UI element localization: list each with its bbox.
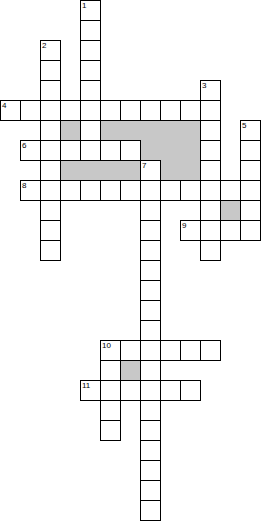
answer-cell-r19c8[interactable] [160, 380, 181, 401]
shaded-hole-r8c3 [60, 160, 81, 181]
answer-cell-r23c7[interactable] [140, 460, 161, 481]
answer-cell-r13c7[interactable] [140, 260, 161, 281]
answer-cell-r4c10[interactable] [200, 80, 221, 101]
answer-cell-r7c6[interactable] [120, 140, 141, 161]
answer-cell-r5c2[interactable] [40, 100, 61, 121]
answer-cell-r11c7[interactable] [140, 220, 161, 241]
shaded-hole-r18c6 [120, 360, 141, 381]
answer-cell-r11c10[interactable] [200, 220, 221, 241]
answer-cell-r19c6[interactable] [120, 380, 141, 401]
answer-cell-r8c7[interactable] [140, 160, 161, 181]
answer-cell-r9c2[interactable] [40, 180, 61, 201]
answer-cell-r17c5[interactable] [100, 340, 121, 361]
answer-cell-r9c6[interactable] [120, 180, 141, 201]
shaded-hole-r10c11 [220, 200, 241, 221]
answer-cell-r9c4[interactable] [80, 180, 101, 201]
answer-cell-r7c1[interactable] [20, 140, 41, 161]
shaded-hole-r6c6 [120, 120, 141, 141]
answer-cell-r18c5[interactable] [100, 360, 121, 381]
answer-cell-r8c12[interactable] [240, 160, 261, 181]
answer-cell-r5c7[interactable] [140, 100, 161, 121]
shaded-hole-r6c7 [140, 120, 161, 141]
answer-cell-r10c10[interactable] [200, 200, 221, 221]
shaded-hole-r7c8 [160, 140, 181, 161]
answer-cell-r6c10[interactable] [200, 120, 221, 141]
shaded-hole-r8c6 [120, 160, 141, 181]
answer-cell-r12c2[interactable] [40, 240, 61, 261]
answer-cell-r7c4[interactable] [80, 140, 101, 161]
answer-cell-r17c9[interactable] [180, 340, 201, 361]
shaded-hole-r7c9 [180, 140, 201, 161]
answer-cell-r25c7[interactable] [140, 500, 161, 521]
answer-cell-r7c2[interactable] [40, 140, 61, 161]
answer-cell-r2c2[interactable] [40, 40, 61, 61]
answer-cell-r5c5[interactable] [100, 100, 121, 121]
answer-cell-r7c5[interactable] [100, 140, 121, 161]
answer-cell-r11c11[interactable] [220, 220, 241, 241]
answer-cell-r0c4[interactable] [80, 0, 101, 21]
answer-cell-r5c0[interactable] [0, 100, 21, 121]
answer-cell-r17c6[interactable] [120, 340, 141, 361]
answer-cell-r9c11[interactable] [220, 180, 241, 201]
answer-cell-r5c6[interactable] [120, 100, 141, 121]
answer-cell-r9c7[interactable] [140, 180, 161, 201]
shaded-hole-r8c9 [180, 160, 201, 181]
answer-cell-r16c7[interactable] [140, 320, 161, 341]
answer-cell-r8c2[interactable] [40, 160, 61, 181]
answer-cell-r11c2[interactable] [40, 220, 61, 241]
answer-cell-r19c7[interactable] [140, 380, 161, 401]
answer-cell-r19c9[interactable] [180, 380, 201, 401]
answer-cell-r21c7[interactable] [140, 420, 161, 441]
answer-cell-r5c8[interactable] [160, 100, 181, 121]
answer-cell-r5c10[interactable] [200, 100, 221, 121]
answer-cell-r5c1[interactable] [20, 100, 41, 121]
answer-cell-r9c12[interactable] [240, 180, 261, 201]
answer-cell-r24c7[interactable] [140, 480, 161, 501]
answer-cell-r10c12[interactable] [240, 200, 261, 221]
shaded-hole-r6c3 [60, 120, 81, 141]
shaded-hole-r8c4 [80, 160, 101, 181]
answer-cell-r3c2[interactable] [40, 60, 61, 81]
answer-cell-r10c7[interactable] [140, 200, 161, 221]
answer-cell-r14c7[interactable] [140, 280, 161, 301]
answer-cell-r2c4[interactable] [80, 40, 101, 61]
answer-cell-r12c7[interactable] [140, 240, 161, 261]
answer-cell-r6c2[interactable] [40, 120, 61, 141]
answer-cell-r17c8[interactable] [160, 340, 181, 361]
answer-cell-r5c3[interactable] [60, 100, 81, 121]
shaded-hole-r8c5 [100, 160, 121, 181]
answer-cell-r10c2[interactable] [40, 200, 61, 221]
answer-cell-r6c4[interactable] [80, 120, 101, 141]
answer-cell-r7c3[interactable] [60, 140, 81, 161]
answer-cell-r15c7[interactable] [140, 300, 161, 321]
answer-cell-r9c10[interactable] [200, 180, 221, 201]
shaded-hole-r6c8 [160, 120, 181, 141]
answer-cell-r18c7[interactable] [140, 360, 161, 381]
answer-cell-r3c4[interactable] [80, 60, 101, 81]
answer-cell-r9c3[interactable] [60, 180, 81, 201]
answer-cell-r7c10[interactable] [200, 140, 221, 161]
answer-cell-r9c1[interactable] [20, 180, 41, 201]
answer-cell-r11c9[interactable] [180, 220, 201, 241]
crossword-board: 1234567891011 [0, 0, 261, 521]
answer-cell-r9c9[interactable] [180, 180, 201, 201]
answer-cell-r19c4[interactable] [80, 380, 101, 401]
shaded-hole-r6c5 [100, 120, 121, 141]
answer-cell-r20c5[interactable] [100, 400, 121, 421]
answer-cell-r19c5[interactable] [100, 380, 121, 401]
answer-cell-r8c10[interactable] [200, 160, 221, 181]
answer-cell-r22c7[interactable] [140, 440, 161, 461]
shaded-hole-r7c7 [140, 140, 161, 161]
answer-cell-r21c5[interactable] [100, 420, 121, 441]
answer-cell-r11c12[interactable] [240, 220, 261, 241]
answer-cell-r7c12[interactable] [240, 140, 261, 161]
answer-cell-r17c7[interactable] [140, 340, 161, 361]
answer-cell-r4c4[interactable] [80, 80, 101, 101]
answer-cell-r5c4[interactable] [80, 100, 101, 121]
answer-cell-r9c5[interactable] [100, 180, 121, 201]
answer-cell-r20c7[interactable] [140, 400, 161, 421]
answer-cell-r6c12[interactable] [240, 120, 261, 141]
answer-cell-r9c8[interactable] [160, 180, 181, 201]
shaded-hole-r6c9 [180, 120, 201, 141]
answer-cell-r1c4[interactable] [80, 20, 101, 41]
answer-cell-r12c10[interactable] [200, 240, 221, 261]
answer-cell-r4c2[interactable] [40, 80, 61, 101]
shaded-hole-r8c8 [160, 160, 181, 181]
answer-cell-r17c10[interactable] [200, 340, 221, 361]
answer-cell-r5c9[interactable] [180, 100, 201, 121]
